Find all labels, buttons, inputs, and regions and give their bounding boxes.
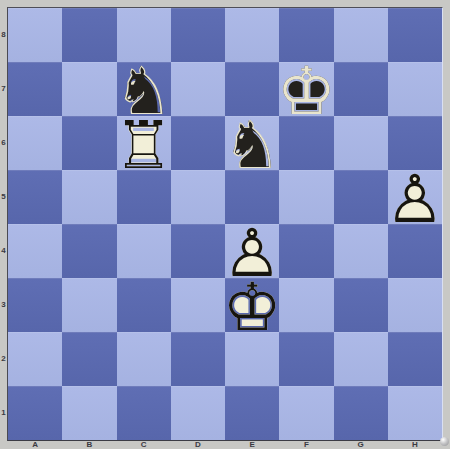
square-f5[interactable] <box>279 170 333 224</box>
file-label-b: B <box>62 440 116 449</box>
square-g4[interactable] <box>334 224 388 278</box>
file-label-a: A <box>8 440 62 449</box>
square-f6[interactable] <box>279 116 333 170</box>
square-b1[interactable] <box>62 386 116 440</box>
square-c1[interactable] <box>117 386 171 440</box>
square-f1[interactable] <box>279 386 333 440</box>
square-d8[interactable] <box>171 8 225 62</box>
file-label-h: H <box>388 440 442 449</box>
square-b4[interactable] <box>62 224 116 278</box>
square-b3[interactable] <box>62 278 116 332</box>
square-a7[interactable] <box>8 62 62 116</box>
rank-label-8: 8 <box>0 8 7 62</box>
square-h2[interactable] <box>388 332 442 386</box>
square-b6[interactable] <box>62 116 116 170</box>
square-e6[interactable]: ♞♘ <box>225 116 279 170</box>
file-label-d: D <box>171 440 225 449</box>
square-g7[interactable] <box>334 62 388 116</box>
square-a1[interactable] <box>8 386 62 440</box>
white-rook-piece[interactable]: ♜♖ <box>117 116 171 170</box>
square-g8[interactable] <box>334 8 388 62</box>
rank-label-6: 6 <box>0 116 7 170</box>
square-b2[interactable] <box>62 332 116 386</box>
chess-board: ♞♘♚♔♜♖♞♘♟♙♟♙♚♔ <box>7 7 443 441</box>
square-g6[interactable] <box>334 116 388 170</box>
square-d4[interactable] <box>171 224 225 278</box>
square-h8[interactable] <box>388 8 442 62</box>
file-label-e: E <box>225 440 279 449</box>
square-b7[interactable] <box>62 62 116 116</box>
square-g3[interactable] <box>334 278 388 332</box>
square-f4[interactable] <box>279 224 333 278</box>
square-a2[interactable] <box>8 332 62 386</box>
white-king-outline: ♔ <box>225 281 279 335</box>
square-b5[interactable] <box>62 170 116 224</box>
square-h3[interactable] <box>388 278 442 332</box>
square-g5[interactable] <box>334 170 388 224</box>
square-d5[interactable] <box>171 170 225 224</box>
square-d7[interactable] <box>171 62 225 116</box>
square-e8[interactable] <box>225 8 279 62</box>
square-c6[interactable]: ♜♖ <box>117 116 171 170</box>
square-c3[interactable] <box>117 278 171 332</box>
rank-label-2: 2 <box>0 332 7 386</box>
rank-label-5: 5 <box>0 170 7 224</box>
black-knight-piece[interactable]: ♞♘ <box>225 116 279 170</box>
square-h1[interactable] <box>388 386 442 440</box>
square-c2[interactable] <box>117 332 171 386</box>
chess-diagram: ♞♘♚♔♜♖♞♘♟♙♟♙♚♔ 87654321 ABCDEFGH <box>0 0 450 449</box>
square-c4[interactable] <box>117 224 171 278</box>
board-grid: ♞♘♚♔♜♖♞♘♟♙♟♙♚♔ <box>8 8 442 440</box>
square-d3[interactable] <box>171 278 225 332</box>
square-h5[interactable]: ♟♙ <box>388 170 442 224</box>
black-king-outline: ♔ <box>279 65 333 119</box>
white-king-piece[interactable]: ♚♔ <box>225 278 279 332</box>
rank-label-3: 3 <box>0 278 7 332</box>
rank-label-4: 4 <box>0 224 7 278</box>
square-d1[interactable] <box>171 386 225 440</box>
file-label-c: C <box>117 440 171 449</box>
file-label-f: F <box>279 440 333 449</box>
rank-label-7: 7 <box>0 62 7 116</box>
square-e2[interactable] <box>225 332 279 386</box>
white-pawn-piece[interactable]: ♟♙ <box>388 170 442 224</box>
square-b8[interactable] <box>62 8 116 62</box>
square-h4[interactable] <box>388 224 442 278</box>
square-c5[interactable] <box>117 170 171 224</box>
square-g1[interactable] <box>334 386 388 440</box>
rank-label-1: 1 <box>0 386 7 440</box>
square-e3[interactable]: ♚♔ <box>225 278 279 332</box>
square-f2[interactable] <box>279 332 333 386</box>
white-rook-outline: ♖ <box>117 119 171 173</box>
square-f7[interactable]: ♚♔ <box>279 62 333 116</box>
square-d2[interactable] <box>171 332 225 386</box>
square-a6[interactable] <box>8 116 62 170</box>
square-a5[interactable] <box>8 170 62 224</box>
black-king-piece[interactable]: ♚♔ <box>279 62 333 116</box>
file-label-g: G <box>334 440 388 449</box>
square-d6[interactable] <box>171 116 225 170</box>
square-g2[interactable] <box>334 332 388 386</box>
square-a4[interactable] <box>8 224 62 278</box>
square-a8[interactable] <box>8 8 62 62</box>
square-f3[interactable] <box>279 278 333 332</box>
square-a3[interactable] <box>8 278 62 332</box>
black-knight-outline: ♘ <box>225 119 279 173</box>
square-h7[interactable] <box>388 62 442 116</box>
white-pawn-outline: ♙ <box>388 173 442 227</box>
square-e1[interactable] <box>225 386 279 440</box>
corner-ball-icon <box>440 437 449 446</box>
